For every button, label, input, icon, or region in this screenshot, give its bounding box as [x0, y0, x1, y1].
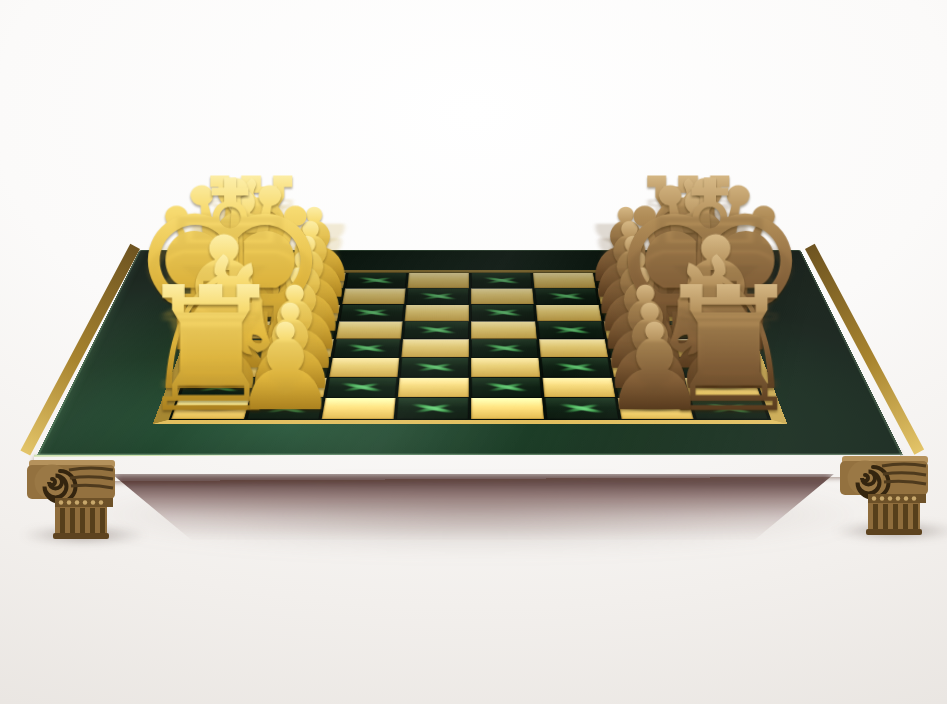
under-board-shadow [112, 474, 834, 540]
piece-glyph: ♟♟ [121, 307, 449, 408]
product-photo-stage: ♜♜♟♟♟♟♜♜♞♞♟♟♟♟♞♞♝♝♟♟♟♟♝♝♛♛♟♟♟♟♛♛♚♚♟♟♟♟♚♚… [0, 0, 947, 704]
piece-glyph: ♟♟ [491, 307, 819, 408]
square-h2: ♟♟ [246, 398, 323, 419]
ionic-column-foot-left [25, 448, 119, 540]
piece-reflection: ♟ [121, 330, 449, 402]
chess-board: ♜♜♟♟♟♟♜♜♞♞♟♟♟♟♞♞♝♝♟♟♟♟♝♝♛♛♟♟♟♟♛♛♚♚♟♟♟♟♚♚… [37, 250, 903, 455]
board-squares: ♜♜♟♟♟♟♜♜♞♞♟♟♟♟♞♞♝♝♟♟♟♟♝♝♛♛♟♟♟♟♛♛♚♚♟♟♟♟♚♚… [153, 270, 788, 424]
chess-set-scene: ♜♜♟♟♟♟♜♜♞♞♟♟♟♟♞♞♝♝♟♟♟♟♝♝♛♛♟♟♟♟♛♛♚♚♟♟♟♟♚♚… [0, 0, 947, 704]
ionic-column-foot-right [838, 444, 932, 536]
square-h7: ♟♟ [617, 398, 694, 419]
piece-reflection: ♟ [491, 330, 819, 402]
